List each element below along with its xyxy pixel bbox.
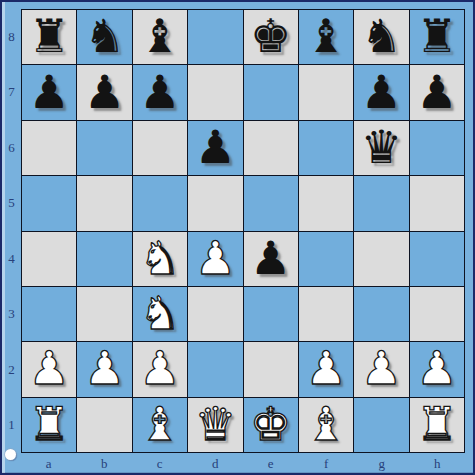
rank-label-7: 7: [2, 65, 21, 121]
square-g8[interactable]: ♞: [354, 10, 408, 64]
square-d8[interactable]: [188, 10, 242, 64]
square-d1[interactable]: ♛: [188, 398, 242, 452]
square-b5[interactable]: [77, 176, 131, 230]
piece-white-pawn[interactable]: ♟: [416, 345, 457, 391]
square-e2[interactable]: [244, 342, 298, 396]
square-g5[interactable]: [354, 176, 408, 230]
piece-black-bishop[interactable]: ♝: [305, 13, 346, 59]
square-b1[interactable]: [77, 398, 131, 452]
piece-white-pawn[interactable]: ♟: [84, 345, 125, 391]
square-a2[interactable]: ♟: [22, 342, 76, 396]
square-e5[interactable]: [244, 176, 298, 230]
chess-gui-window: 87654321 ♜♞♝♚♝♞♜♟♟♟♟♟♟♛♞♟♟♞♟♟♟♟♟♟♜♝♛♚♝♜ …: [0, 0, 475, 475]
square-a3[interactable]: [22, 287, 76, 341]
piece-white-pawn[interactable]: ♟: [305, 345, 346, 391]
piece-white-bishop[interactable]: ♝: [305, 401, 346, 447]
side-to-move-indicator: [5, 449, 16, 460]
file-label-e: e: [243, 453, 299, 474]
square-g2[interactable]: ♟: [354, 342, 408, 396]
square-d4[interactable]: ♟: [188, 232, 242, 286]
square-f3[interactable]: [299, 287, 353, 341]
square-b8[interactable]: ♞: [77, 10, 131, 64]
piece-black-pawn[interactable]: ♟: [250, 235, 291, 281]
square-f4[interactable]: [299, 232, 353, 286]
piece-black-pawn[interactable]: ♟: [416, 69, 457, 115]
rank-label-8: 8: [2, 9, 21, 65]
square-c1[interactable]: ♝: [133, 398, 187, 452]
piece-white-queen[interactable]: ♛: [195, 401, 236, 447]
square-a7[interactable]: ♟: [22, 65, 76, 119]
square-g1[interactable]: [354, 398, 408, 452]
square-d5[interactable]: [188, 176, 242, 230]
file-label-h: h: [410, 453, 466, 474]
piece-black-rook[interactable]: ♜: [416, 13, 457, 59]
piece-white-bishop[interactable]: ♝: [139, 401, 180, 447]
square-f8[interactable]: ♝: [299, 10, 353, 64]
piece-black-bishop[interactable]: ♝: [139, 13, 180, 59]
file-labels: abcdefgh: [21, 453, 465, 474]
square-d6[interactable]: ♟: [188, 121, 242, 175]
piece-white-king[interactable]: ♚: [250, 401, 291, 447]
square-h3[interactable]: [410, 287, 464, 341]
square-b2[interactable]: ♟: [77, 342, 131, 396]
square-g7[interactable]: ♟: [354, 65, 408, 119]
square-e3[interactable]: [244, 287, 298, 341]
file-label-g: g: [354, 453, 410, 474]
square-b7[interactable]: ♟: [77, 65, 131, 119]
file-label-d: d: [188, 453, 244, 474]
square-b3[interactable]: [77, 287, 131, 341]
square-a8[interactable]: ♜: [22, 10, 76, 64]
square-b4[interactable]: [77, 232, 131, 286]
piece-white-pawn[interactable]: ♟: [139, 345, 180, 391]
piece-black-knight[interactable]: ♞: [361, 13, 402, 59]
rank-label-1: 1: [2, 398, 21, 454]
piece-black-knight[interactable]: ♞: [84, 13, 125, 59]
square-h4[interactable]: [410, 232, 464, 286]
piece-white-pawn[interactable]: ♟: [361, 345, 402, 391]
square-f2[interactable]: ♟: [299, 342, 353, 396]
file-label-a: a: [21, 453, 77, 474]
file-label-b: b: [77, 453, 133, 474]
square-g6[interactable]: ♛: [354, 121, 408, 175]
piece-black-queen[interactable]: ♛: [361, 124, 402, 170]
square-d7[interactable]: [188, 65, 242, 119]
rank-labels: 87654321: [2, 9, 21, 453]
square-g3[interactable]: [354, 287, 408, 341]
square-a1[interactable]: ♜: [22, 398, 76, 452]
square-c4[interactable]: ♞: [133, 232, 187, 286]
piece-white-rook[interactable]: ♜: [29, 401, 70, 447]
square-c6[interactable]: [133, 121, 187, 175]
piece-black-pawn[interactable]: ♟: [84, 69, 125, 115]
square-h6[interactable]: [410, 121, 464, 175]
piece-black-pawn[interactable]: ♟: [195, 124, 236, 170]
square-h7[interactable]: ♟: [410, 65, 464, 119]
rank-label-4: 4: [2, 231, 21, 287]
square-f5[interactable]: [299, 176, 353, 230]
rank-label-3: 3: [2, 287, 21, 343]
square-a6[interactable]: [22, 121, 76, 175]
square-c5[interactable]: [133, 176, 187, 230]
square-f1[interactable]: ♝: [299, 398, 353, 452]
rank-label-5: 5: [2, 176, 21, 232]
chess-board[interactable]: ♜♞♝♚♝♞♜♟♟♟♟♟♟♛♞♟♟♞♟♟♟♟♟♟♜♝♛♚♝♜: [21, 9, 465, 453]
square-d2[interactable]: [188, 342, 242, 396]
piece-black-pawn[interactable]: ♟: [139, 69, 180, 115]
file-label-f: f: [299, 453, 355, 474]
piece-black-pawn[interactable]: ♟: [361, 69, 402, 115]
square-e4[interactable]: ♟: [244, 232, 298, 286]
square-c3[interactable]: ♞: [133, 287, 187, 341]
square-a4[interactable]: [22, 232, 76, 286]
square-c8[interactable]: ♝: [133, 10, 187, 64]
piece-white-pawn[interactable]: ♟: [195, 235, 236, 281]
square-f6[interactable]: [299, 121, 353, 175]
piece-black-pawn[interactable]: ♟: [29, 69, 70, 115]
square-h2[interactable]: ♟: [410, 342, 464, 396]
piece-white-knight[interactable]: ♞: [139, 290, 180, 336]
piece-white-rook[interactable]: ♜: [416, 401, 457, 447]
square-e6[interactable]: [244, 121, 298, 175]
square-c2[interactable]: ♟: [133, 342, 187, 396]
square-e8[interactable]: ♚: [244, 10, 298, 64]
rank-label-6: 6: [2, 120, 21, 176]
file-label-c: c: [132, 453, 188, 474]
square-d3[interactable]: [188, 287, 242, 341]
piece-black-rook[interactable]: ♜: [29, 13, 70, 59]
piece-white-pawn[interactable]: ♟: [29, 345, 70, 391]
square-h8[interactable]: ♜: [410, 10, 464, 64]
square-g4[interactable]: [354, 232, 408, 286]
square-b6[interactable]: [77, 121, 131, 175]
square-e7[interactable]: [244, 65, 298, 119]
piece-white-knight[interactable]: ♞: [139, 235, 180, 281]
piece-black-king[interactable]: ♚: [250, 13, 291, 59]
square-f7[interactable]: [299, 65, 353, 119]
square-e1[interactable]: ♚: [244, 398, 298, 452]
rank-label-2: 2: [2, 342, 21, 398]
square-a5[interactable]: [22, 176, 76, 230]
square-c7[interactable]: ♟: [133, 65, 187, 119]
square-h5[interactable]: [410, 176, 464, 230]
square-h1[interactable]: ♜: [410, 398, 464, 452]
